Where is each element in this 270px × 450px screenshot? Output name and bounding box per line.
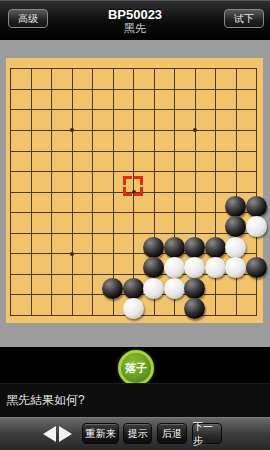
board-grid-line (256, 68, 257, 316)
stone-black (123, 278, 144, 299)
question-message-bar: 黑先結果如何? (0, 383, 270, 417)
stone-black (184, 278, 205, 299)
stone-white (164, 257, 185, 278)
stone-black (225, 216, 246, 237)
stone-black (102, 278, 123, 299)
level-button[interactable]: 高级 (8, 9, 48, 28)
stone-white (246, 216, 267, 237)
stone-black (246, 196, 267, 217)
next-arrow-icon[interactable] (59, 426, 72, 442)
undo-button[interactable]: 后退 (157, 423, 187, 444)
move-navigation-arrows (43, 426, 75, 443)
prev-arrow-icon[interactable] (43, 426, 56, 442)
board-grid-line (215, 68, 216, 316)
action-area: 落子 黑先結果如何? (0, 347, 270, 417)
try-move-button[interactable]: 试下 (224, 9, 264, 28)
stone-white (184, 257, 205, 278)
stone-white (143, 278, 164, 299)
star-point (193, 128, 197, 132)
cursor-corner (123, 176, 132, 185)
stone-white (123, 298, 144, 319)
board-grid-line (10, 212, 257, 213)
star-point (70, 128, 74, 132)
app-window: 高级 BP50023 黑先 试下 落子 黑先結果如何? 重新来 提示 后退 下一… (0, 0, 270, 450)
stone-black (246, 257, 267, 278)
gomoku-board[interactable] (6, 58, 263, 323)
cursor-corner (134, 176, 143, 185)
stone-white (225, 257, 246, 278)
top-bar: 高级 BP50023 黑先 试下 (0, 0, 270, 40)
board-grid-line (236, 68, 237, 316)
question-text: 黑先結果如何? (6, 392, 85, 409)
board-grid-line (10, 233, 257, 234)
stone-black (205, 237, 226, 258)
stone-black (184, 237, 205, 258)
black-to-play-subtitle: 黑先 (124, 22, 146, 35)
star-point (70, 252, 74, 256)
puzzle-id-title: BP50023 (108, 7, 162, 22)
stone-black (225, 196, 246, 217)
hint-button[interactable]: 提示 (123, 423, 152, 444)
cursor-marker (123, 176, 143, 196)
stone-white (164, 278, 185, 299)
board-background (0, 40, 270, 347)
stone-black (143, 237, 164, 258)
title-block: BP50023 黑先 (50, 1, 220, 41)
cursor-corner (134, 187, 143, 196)
stone-white (205, 257, 226, 278)
next-step-button[interactable]: 下一步 (192, 423, 222, 444)
bottom-toolbar: 重新来 提示 后退 下一步 (0, 417, 270, 450)
restart-button[interactable]: 重新来 (82, 423, 119, 444)
stone-white (225, 237, 246, 258)
stone-black (184, 298, 205, 319)
cursor-corner (123, 187, 132, 196)
drop-stone-button[interactable]: 落子 (118, 350, 154, 386)
stone-black (143, 257, 164, 278)
stone-black (164, 237, 185, 258)
